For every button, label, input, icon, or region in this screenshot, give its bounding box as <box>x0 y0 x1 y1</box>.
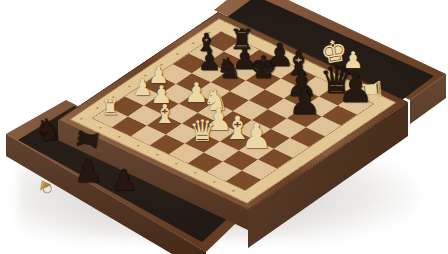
piece-bN-f6[interactable]: ♞ <box>216 56 242 85</box>
piece-wP-c8[interactable]: ♟ <box>132 76 152 98</box>
chess-set-photo: ♜♟♟♟♝♟♞♛♟♝♟♝♟♜♞♟♚♟♝♟♟♛♟♞♜♟♟♚♟♜ <box>0 0 448 254</box>
captured-piece-bP[interactable]: ♟ <box>74 155 103 187</box>
captured-piece-bR[interactable]: ♜ <box>74 126 103 153</box>
piece-wP-c2[interactable]: ♟ <box>241 119 272 153</box>
piece-wB-b6[interactable]: ♝ <box>153 101 176 127</box>
captured-piece-bP[interactable]: ♟ <box>111 166 137 195</box>
piece-bK-g5[interactable]: ♚ <box>250 51 278 82</box>
piece-wR-a8[interactable]: ♜ <box>101 98 120 119</box>
pieces-layer: ♜♟♟♟♝♟♞♛♟♝♟♝♟♜♞♟♚♟♝♟♟♛♟♞♜♟♟♚♟♜ <box>0 0 448 254</box>
piece-wQ-b4[interactable]: ♛ <box>189 116 216 146</box>
captured-piece-bN[interactable]: ♞ <box>33 114 63 147</box>
piece-bP-h1[interactable]: ♟ <box>338 69 374 109</box>
piece-bP-f2[interactable]: ♟ <box>288 84 321 121</box>
